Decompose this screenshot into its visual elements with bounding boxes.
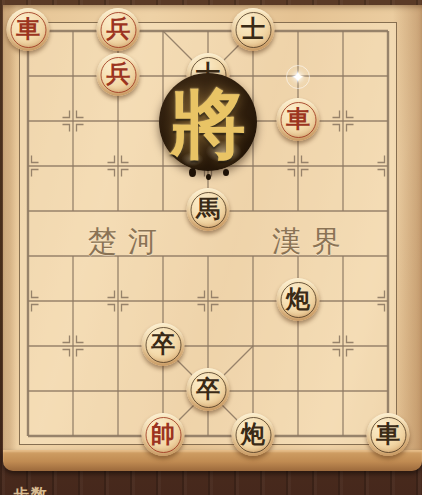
piece-black-horse-1[interactable]: 馬 <box>187 188 230 231</box>
xiangqi-app-screen: 楚河 漢界 車兵士兵士將車馬炮卒卒帥炮車 將 ✦ 步数 <box>0 0 422 495</box>
piece-red-chariot-2[interactable]: 車 <box>277 98 320 141</box>
check-stamp-glyph: 將 <box>170 86 246 162</box>
piece-glyph: 士 <box>241 17 265 41</box>
ink-drip <box>206 174 211 180</box>
piece-glyph: 車 <box>286 107 310 131</box>
piece-glyph: 馬 <box>196 197 220 221</box>
piece-black-pawn-2[interactable]: 卒 <box>187 368 230 411</box>
piece-red-pawn-2[interactable]: 兵 <box>97 53 140 96</box>
piece-black-chariot-1[interactable]: 車 <box>367 413 410 456</box>
piece-glyph: 炮 <box>241 422 265 446</box>
ink-drip <box>223 169 229 176</box>
river-label-right: 漢界 <box>272 225 352 257</box>
piece-red-general[interactable]: 帥 <box>142 413 185 456</box>
piece-glyph: 卒 <box>196 377 220 401</box>
piece-glyph: 兵 <box>106 62 130 86</box>
river-label-left: 楚河 <box>88 225 168 257</box>
move-count-label: 步数 <box>13 485 49 495</box>
piece-black-cannon-2[interactable]: 炮 <box>232 413 275 456</box>
board-front-bevel <box>3 450 422 471</box>
piece-glyph: 車 <box>376 422 400 446</box>
piece-red-pawn-1[interactable]: 兵 <box>97 8 140 51</box>
piece-glyph: 帥 <box>151 422 175 446</box>
piece-glyph: 卒 <box>151 332 175 356</box>
piece-black-pawn-1[interactable]: 卒 <box>142 323 185 366</box>
ink-drip <box>189 168 196 177</box>
sparkle-glint-icon: ✦ <box>284 63 312 91</box>
piece-glyph: 車 <box>16 17 40 41</box>
piece-glyph: 炮 <box>286 287 310 311</box>
piece-red-chariot-1[interactable]: 車 <box>7 8 50 51</box>
piece-black-cannon-1[interactable]: 炮 <box>277 278 320 321</box>
piece-glyph: 兵 <box>106 17 130 41</box>
piece-black-advisor-1[interactable]: 士 <box>232 8 275 51</box>
check-stamp-effect: 將 <box>159 73 257 171</box>
